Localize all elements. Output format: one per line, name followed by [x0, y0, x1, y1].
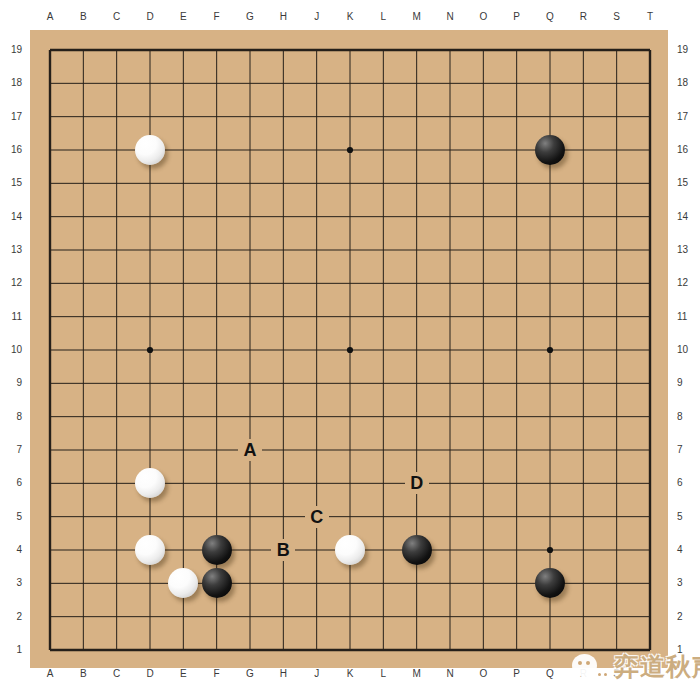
- wechat-icon-eye: [586, 661, 590, 665]
- coordinate-label-col-L: L: [373, 668, 393, 680]
- coordinate-label-col-D: D: [140, 11, 160, 23]
- coordinate-label-row-9: 9: [677, 377, 697, 389]
- coordinate-label-col-S: S: [607, 11, 627, 23]
- coordinate-label-row-9: 9: [2, 377, 22, 389]
- coordinate-label-row-18: 18: [2, 77, 22, 89]
- star-point-D10: [147, 347, 153, 353]
- watermark: 弈道秋声: [566, 646, 700, 694]
- coordinate-label-col-H: H: [273, 668, 293, 680]
- coordinate-label-col-M: M: [407, 11, 427, 23]
- move-label-A: A: [238, 439, 262, 461]
- coordinate-label-row-5: 5: [2, 511, 22, 523]
- white-stone-D4: [135, 535, 165, 565]
- coordinate-label-col-F: F: [207, 11, 227, 23]
- coordinate-label-col-D: D: [140, 668, 160, 680]
- coordinate-label-col-A: A: [40, 668, 60, 680]
- coordinate-label-row-14: 14: [677, 211, 697, 223]
- move-label-B: B: [271, 539, 295, 561]
- coordinate-label-col-M: M: [407, 668, 427, 680]
- coordinate-label-row-5: 5: [677, 511, 697, 523]
- coordinate-label-row-4: 4: [677, 544, 697, 556]
- star-point-K10: [347, 347, 353, 353]
- coordinate-label-col-T: T: [640, 11, 660, 23]
- coordinate-label-row-2: 2: [677, 611, 697, 623]
- white-stone-D16: [135, 135, 165, 165]
- coordinate-label-col-J: J: [307, 668, 327, 680]
- coordinate-label-row-15: 15: [2, 177, 22, 189]
- black-stone-F3: [202, 568, 232, 598]
- coordinate-label-row-10: 10: [677, 344, 697, 356]
- coordinate-label-row-3: 3: [2, 577, 22, 589]
- coordinate-label-col-F: F: [207, 668, 227, 680]
- star-point-Q4: [547, 547, 553, 553]
- black-stone-M4: [402, 535, 432, 565]
- coordinate-label-row-1: 1: [2, 644, 22, 656]
- page: ABCD ABCDEFGHJKLMNOPQRST ABCDEFGHJKLMNOP…: [0, 0, 700, 700]
- coordinate-label-row-12: 12: [677, 277, 697, 289]
- coordinate-label-col-N: N: [440, 11, 460, 23]
- wechat-icon-eye: [604, 673, 607, 676]
- coordinate-label-row-16: 16: [2, 144, 22, 156]
- coordinate-label-row-8: 8: [2, 411, 22, 423]
- coordinate-label-col-N: N: [440, 668, 460, 680]
- coordinate-label-row-19: 19: [2, 44, 22, 56]
- coordinate-label-row-17: 17: [677, 111, 697, 123]
- coordinate-label-row-7: 7: [677, 444, 697, 456]
- coordinate-label-row-10: 10: [2, 344, 22, 356]
- coordinate-label-row-2: 2: [2, 611, 22, 623]
- coordinate-label-row-7: 7: [2, 444, 22, 456]
- star-point-Q10: [547, 347, 553, 353]
- coordinate-label-col-Q: Q: [540, 11, 560, 23]
- coordinate-label-row-3: 3: [677, 577, 697, 589]
- coordinate-label-col-A: A: [40, 11, 60, 23]
- white-stone-K4: [335, 535, 365, 565]
- coordinate-label-col-B: B: [73, 11, 93, 23]
- coordinate-label-row-17: 17: [2, 111, 22, 123]
- coordinate-label-row-13: 13: [2, 244, 22, 256]
- wechat-icon-tail: [604, 679, 612, 687]
- wechat-icon-tail: [573, 670, 581, 678]
- coordinate-label-row-6: 6: [2, 477, 22, 489]
- star-point-K16: [347, 147, 353, 153]
- coordinate-label-row-19: 19: [677, 44, 697, 56]
- coordinate-label-col-H: H: [273, 11, 293, 23]
- coordinate-label-col-O: O: [473, 668, 493, 680]
- coordinate-label-col-K: K: [340, 11, 360, 23]
- coordinate-label-col-R: R: [573, 11, 593, 23]
- wechat-icon-eye: [598, 673, 601, 676]
- coordinate-label-col-E: E: [173, 11, 193, 23]
- grid-lines: [30, 30, 668, 668]
- coordinate-label-col-C: C: [107, 668, 127, 680]
- coordinate-label-row-13: 13: [677, 244, 697, 256]
- coordinate-label-row-18: 18: [677, 77, 697, 89]
- coordinate-label-row-11: 11: [2, 311, 22, 323]
- coordinate-label-col-L: L: [373, 11, 393, 23]
- go-board: ABCD: [30, 30, 668, 668]
- move-label-C: C: [305, 506, 329, 528]
- coordinate-label-col-P: P: [507, 668, 527, 680]
- coordinate-label-row-6: 6: [677, 477, 697, 489]
- coordinate-label-col-G: G: [240, 11, 260, 23]
- coordinate-label-col-K: K: [340, 668, 360, 680]
- coordinate-label-row-16: 16: [677, 144, 697, 156]
- coordinate-label-row-4: 4: [2, 544, 22, 556]
- watermark-text: 弈道秋声: [614, 650, 700, 683]
- coordinate-label-row-15: 15: [677, 177, 697, 189]
- coordinate-label-col-O: O: [473, 11, 493, 23]
- coordinate-label-row-12: 12: [2, 277, 22, 289]
- coordinate-label-row-8: 8: [677, 411, 697, 423]
- coordinate-label-col-E: E: [173, 668, 193, 680]
- wechat-icon-small-bubble: [594, 668, 611, 684]
- coordinate-label-col-G: G: [240, 668, 260, 680]
- coordinate-label-col-P: P: [507, 11, 527, 23]
- coordinate-label-col-C: C: [107, 11, 127, 23]
- black-stone-Q16: [535, 135, 565, 165]
- coordinate-label-col-B: B: [73, 668, 93, 680]
- coordinate-label-row-14: 14: [2, 211, 22, 223]
- coordinate-label-col-J: J: [307, 11, 327, 23]
- move-label-D: D: [405, 472, 429, 494]
- black-stone-F4: [202, 535, 232, 565]
- coordinate-label-row-11: 11: [677, 311, 697, 323]
- coordinate-label-col-Q: Q: [540, 668, 560, 680]
- wechat-icon-eye: [578, 661, 582, 665]
